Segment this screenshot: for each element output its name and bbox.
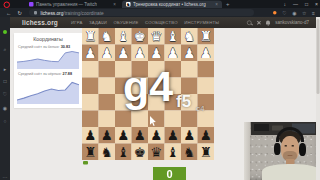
messenger-icon[interactable]: □ — [0, 78, 10, 84]
snapshot-icon[interactable]: ◉ — [0, 105, 10, 111]
tab2-lichess-favicon-icon: ♞ — [126, 2, 131, 7]
address-bar-icons: ♡◉☆≡ — [273, 10, 315, 16]
browser-tab-1[interactable]: Панель управления — Twitch × — [25, 1, 120, 9]
scrollbar-thumb[interactable] — [317, 19, 320, 94]
white-rook: ♜ — [82, 28, 99, 45]
download-icon[interactable]: ↓ — [284, 1, 287, 7]
black-pawn: ♟ — [99, 127, 116, 144]
square-h7[interactable]: ♟ — [82, 127, 99, 144]
black-pawn: ♟ — [165, 127, 182, 144]
square-a3[interactable] — [198, 61, 215, 78]
history-icon[interactable]: ○ — [0, 118, 10, 124]
main-nav: ИГРАЗАДАЧИОБУЧЕНИЕСООБЩЕСТВОИНСТРУМЕНТЫ — [71, 20, 219, 25]
square-c3[interactable] — [165, 61, 182, 78]
white-pawn: ♟ — [181, 45, 198, 62]
extension-icon[interactable] — [273, 11, 277, 15]
square-a4[interactable] — [198, 78, 215, 95]
person-eye-right — [292, 145, 295, 146]
snapshot-camera-icon[interactable]: ◉ — [292, 10, 296, 16]
square-f7[interactable]: ♟ — [115, 127, 132, 144]
white-bishop: ♝ — [165, 28, 182, 45]
square-a7[interactable]: ♟ — [198, 127, 215, 144]
menu-icon[interactable]: ≡ — [312, 10, 315, 16]
tab1-close-icon[interactable]: × — [113, 2, 116, 7]
square-e2[interactable]: ♟ — [132, 45, 149, 62]
square-e5[interactable] — [132, 94, 149, 111]
nav-item-0[interactable]: ИГРА — [71, 20, 83, 25]
score-box: 0 — [153, 167, 186, 180]
black-pawn: ♟ — [198, 127, 215, 144]
bookmark-star-icon[interactable]: ☆ — [302, 10, 306, 16]
square-c4[interactable] — [165, 78, 182, 95]
square-a6[interactable] — [198, 111, 215, 128]
person-mouth — [288, 155, 293, 156]
tab2-title: Тренировка координат • lichess.org — [133, 2, 206, 7]
square-g3[interactable] — [99, 61, 116, 78]
square-b4[interactable] — [181, 78, 198, 95]
telegram-icon[interactable]: ▸ — [0, 66, 10, 72]
square-g1[interactable]: ♞ — [99, 28, 116, 45]
white-pawn: ♟ — [132, 45, 149, 62]
nav-item-4[interactable]: ИНСТРУМЕНТЫ — [184, 20, 219, 25]
white-knight: ♞ — [99, 28, 116, 45]
tab1-title: Панель управления — Twitch — [36, 2, 97, 7]
search-icon[interactable] — [247, 20, 252, 25]
square-h8[interactable]: ♜ — [82, 144, 99, 161]
chess-board[interactable]: ♜♞♝♚♛♝♞♜♟♟♟♟♟♟♟♟♟♟♟♟♟♟♟♟♜♞♝♚♛♝♞♜ — [82, 28, 214, 160]
black-pawn: ♟ — [132, 127, 149, 144]
square-h6[interactable] — [82, 111, 99, 128]
webcam-doorframe — [244, 122, 250, 180]
square-f6[interactable] — [115, 111, 132, 128]
white-knight: ♞ — [181, 28, 198, 45]
tab2-close-icon[interactable]: × — [215, 2, 218, 7]
person-eye-left — [285, 145, 288, 146]
close-button[interactable]: × — [315, 1, 318, 7]
webcam-overlay — [244, 122, 320, 180]
window-controls: ↓ — □ × — [284, 0, 318, 8]
address-bar: ← ↻ lichess.org /training/coordinate ♡◉☆… — [0, 8, 320, 17]
person-shirt — [262, 164, 320, 180]
white-score-value: 30.83 — [61, 44, 70, 49]
white-king: ♚ — [132, 28, 149, 45]
square-h1[interactable]: ♜ — [82, 28, 99, 45]
square-e3[interactable] — [132, 61, 149, 78]
black-rook: ♜ — [82, 144, 99, 161]
square-b7[interactable]: ♟ — [181, 127, 198, 144]
maximize-button[interactable]: □ — [305, 1, 308, 7]
sidebar-more-icon[interactable]: ⋯ — [0, 174, 10, 180]
black-king: ♚ — [132, 144, 149, 161]
search-icon[interactable]: ⌕ — [0, 46, 10, 52]
square-h2[interactable]: ♟ — [82, 45, 99, 62]
profile-status-icon[interactable] — [3, 30, 7, 34]
square-c7[interactable]: ♟ — [165, 127, 182, 144]
black-pawn: ♟ — [181, 127, 198, 144]
black-queen: ♛ — [148, 144, 165, 161]
lichess-header: lichess.org ИГРАЗАДАЧИОБУЧЕНИЕСООБЩЕСТВО… — [10, 17, 316, 28]
username[interactable]: sankovskiano-d7 — [275, 20, 309, 25]
card-title: Координаты — [14, 36, 82, 42]
white-pawn: ♟ — [148, 45, 165, 62]
square-d2[interactable]: ♟ — [148, 45, 165, 62]
white-pawn: ♟ — [99, 45, 116, 62]
square-a5[interactable] — [198, 94, 215, 111]
white-bishop: ♝ — [115, 28, 132, 45]
square-c8[interactable]: ♝ — [165, 144, 182, 161]
square-f4[interactable] — [115, 78, 132, 95]
square-g7[interactable]: ♟ — [99, 127, 116, 144]
square-b6[interactable] — [181, 111, 198, 128]
progress-indicator — [83, 161, 88, 165]
url-path: /training/coordinate — [63, 10, 103, 16]
square-f8[interactable]: ♝ — [115, 144, 132, 161]
black-score-chart — [17, 76, 79, 104]
square-b1[interactable]: ♞ — [181, 28, 198, 45]
nav-item-1[interactable]: ЗАДАЧИ — [89, 20, 107, 25]
square-c2[interactable]: ♟ — [165, 45, 182, 62]
square-g5[interactable] — [99, 94, 116, 111]
square-h3[interactable] — [82, 61, 99, 78]
square-e6[interactable] — [132, 111, 149, 128]
white-pawn: ♟ — [165, 45, 182, 62]
square-e7[interactable]: ♟ — [132, 127, 149, 144]
square-f5[interactable] — [115, 94, 132, 111]
square-d4[interactable] — [148, 78, 165, 95]
notifications-bell-icon[interactable] — [266, 21, 270, 25]
square-f1[interactable]: ♝ — [115, 28, 132, 45]
opera-sidebar: ⋯ ⌕▸□♡◉○ — [0, 17, 10, 180]
black-pawn: ♟ — [148, 127, 165, 144]
square-g8[interactable]: ♞ — [99, 144, 116, 161]
square-h4[interactable] — [82, 78, 99, 95]
black-pawn: ♟ — [115, 127, 132, 144]
square-g6[interactable] — [99, 111, 116, 128]
white-pawn: ♟ — [115, 45, 132, 62]
score-value: 0 — [166, 168, 172, 180]
headphones-cup-left — [274, 143, 281, 155]
browser-window: Панель управления — Twitch × ♞ Тренировк… — [0, 0, 320, 180]
browser-tab-strip: Панель управления — Twitch × ♞ Тренировк… — [0, 0, 320, 8]
square-f2[interactable]: ♟ — [115, 45, 132, 62]
white-pawn: ♟ — [82, 45, 99, 62]
square-a1[interactable]: ♜ — [198, 28, 215, 45]
url-host: lichess.org — [41, 10, 64, 16]
black-bishop: ♝ — [115, 144, 132, 161]
new-tab-button[interactable]: + — [226, 1, 230, 8]
challenges-icon[interactable] — [257, 20, 262, 25]
url-field[interactable]: lichess.org /training/coordinate — [29, 9, 254, 16]
tab1-favicon-icon — [29, 2, 34, 7]
square-g4[interactable] — [99, 78, 116, 95]
square-e8[interactable]: ♚ — [132, 144, 149, 161]
black-knight: ♞ — [99, 144, 116, 161]
black-knight: ♞ — [181, 144, 198, 161]
black-score-label: Средний счёт за чёрных: 27.88 — [18, 71, 81, 76]
square-b2[interactable]: ♟ — [181, 45, 198, 62]
square-f3[interactable] — [115, 61, 132, 78]
white-score-chart — [17, 49, 79, 69]
square-h5[interactable] — [82, 94, 99, 111]
back-button[interactable]: ← — [6, 10, 12, 16]
square-d3[interactable] — [148, 61, 165, 78]
square-d7[interactable]: ♟ — [148, 127, 165, 144]
square-c6[interactable] — [165, 111, 182, 128]
square-c1[interactable]: ♝ — [165, 28, 182, 45]
lichess-logo[interactable]: lichess.org — [22, 19, 58, 27]
white-rook: ♜ — [198, 28, 215, 45]
square-a2[interactable]: ♟ — [198, 45, 215, 62]
minimize-button[interactable]: — — [293, 1, 298, 7]
white-score-label: Средний счёт за белых: 30.83 — [18, 44, 81, 49]
white-queen: ♛ — [148, 28, 165, 45]
coordinates-stats-card: Координаты Средний счёт за белых: 30.83 … — [14, 33, 82, 108]
square-b5[interactable] — [181, 94, 198, 111]
square-b8[interactable]: ♞ — [181, 144, 198, 161]
site-security-icon[interactable] — [34, 11, 37, 15]
square-a8[interactable]: ♜ — [198, 144, 215, 161]
black-score-value: 27.88 — [63, 71, 72, 76]
square-g2[interactable]: ♟ — [99, 45, 116, 62]
black-bishop: ♝ — [165, 144, 182, 161]
white-pawn: ♟ — [198, 45, 215, 62]
square-b3[interactable] — [181, 61, 198, 78]
square-e1[interactable]: ♚ — [132, 28, 149, 45]
browser-tab-2-active[interactable]: ♞ Тренировка координат • lichess.org × — [122, 1, 222, 9]
black-rook: ♜ — [198, 144, 215, 161]
nav-item-3[interactable]: СООБЩЕСТВО — [145, 20, 178, 25]
reload-button[interactable]: ↻ — [18, 9, 23, 16]
square-d5[interactable] — [148, 94, 165, 111]
header-right-icons: sankovskiano-d7 — [247, 20, 309, 25]
square-e4[interactable] — [132, 78, 149, 95]
square-d1[interactable]: ♛ — [148, 28, 165, 45]
square-c5[interactable] — [165, 94, 182, 111]
headphones-cup-right — [299, 143, 306, 156]
heart-icon[interactable]: ♡ — [282, 10, 286, 16]
square-d8[interactable]: ♛ — [148, 144, 165, 161]
black-pawn: ♟ — [82, 127, 99, 144]
instagram-icon[interactable]: ♡ — [0, 91, 10, 97]
nav-item-2[interactable]: ОБУЧЕНИЕ — [114, 20, 139, 25]
